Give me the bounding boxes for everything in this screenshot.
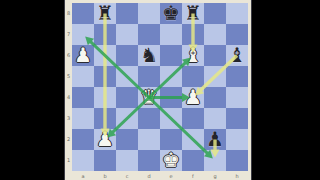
black-king-e8[interactable]: ♚ <box>162 3 180 23</box>
square-f8[interactable]: ♜ <box>182 3 204 24</box>
square-g5[interactable] <box>204 66 226 87</box>
square-b7[interactable] <box>94 24 116 45</box>
square-g1[interactable] <box>204 150 226 171</box>
file-label-e: e <box>160 172 182 180</box>
square-e8[interactable]: ♚ <box>160 3 182 24</box>
square-a3[interactable] <box>72 108 94 129</box>
white-queen-d4[interactable]: ♛ <box>140 87 158 107</box>
square-e3[interactable] <box>160 108 182 129</box>
black-rook-b8[interactable]: ♜ <box>96 3 114 23</box>
square-d4[interactable]: ♛ <box>138 87 160 108</box>
square-g6[interactable] <box>204 45 226 66</box>
file-label-b: b <box>94 172 116 180</box>
chess-board[interactable]: ♜♚♜♟♞♝♝♛♟♟♟♚ <box>72 3 248 171</box>
square-a8[interactable] <box>72 3 94 24</box>
white-pawn-a6[interactable]: ♟ <box>74 45 92 65</box>
square-c3[interactable] <box>116 108 138 129</box>
rank-labels: 87654321 <box>65 3 72 171</box>
rank-label-2: 2 <box>65 137 72 142</box>
square-f2[interactable] <box>182 129 204 150</box>
video-frame: 87654321 abcdefgh ♜♚♜♟♞♝♝♛♟♟♟♚ <box>0 0 320 180</box>
square-g8[interactable] <box>204 3 226 24</box>
white-pawn-b2[interactable]: ♟ <box>96 129 114 149</box>
white-bishop-f6[interactable]: ♝ <box>184 45 202 65</box>
square-d2[interactable] <box>138 129 160 150</box>
square-g4[interactable] <box>204 87 226 108</box>
square-d8[interactable] <box>138 3 160 24</box>
square-f6[interactable]: ♝ <box>182 45 204 66</box>
square-b8[interactable]: ♜ <box>94 3 116 24</box>
square-h5[interactable] <box>226 66 248 87</box>
square-a5[interactable] <box>72 66 94 87</box>
black-pawn-g2[interactable]: ♟ <box>206 129 224 149</box>
square-c2[interactable] <box>116 129 138 150</box>
rank-label-3: 3 <box>65 116 72 121</box>
square-b4[interactable] <box>94 87 116 108</box>
file-label-g: g <box>204 172 226 180</box>
square-a6[interactable]: ♟ <box>72 45 94 66</box>
white-pawn-f4[interactable]: ♟ <box>184 87 202 107</box>
file-label-d: d <box>138 172 160 180</box>
square-d1[interactable] <box>138 150 160 171</box>
square-a1[interactable] <box>72 150 94 171</box>
square-c7[interactable] <box>116 24 138 45</box>
square-e7[interactable] <box>160 24 182 45</box>
square-e4[interactable] <box>160 87 182 108</box>
square-b5[interactable] <box>94 66 116 87</box>
square-h1[interactable] <box>226 150 248 171</box>
square-h2[interactable] <box>226 129 248 150</box>
square-g2[interactable]: ♟ <box>204 129 226 150</box>
file-label-a: a <box>72 172 94 180</box>
rank-label-5: 5 <box>65 74 72 79</box>
square-e5[interactable] <box>160 66 182 87</box>
square-c4[interactable] <box>116 87 138 108</box>
file-labels: abcdefgh <box>72 172 248 180</box>
square-e1[interactable]: ♚ <box>160 150 182 171</box>
rank-label-8: 8 <box>65 11 72 16</box>
square-b1[interactable] <box>94 150 116 171</box>
square-h4[interactable] <box>226 87 248 108</box>
square-d3[interactable] <box>138 108 160 129</box>
square-f1[interactable] <box>182 150 204 171</box>
file-label-f: f <box>182 172 204 180</box>
square-b2[interactable]: ♟ <box>94 129 116 150</box>
square-f4[interactable]: ♟ <box>182 87 204 108</box>
square-h8[interactable] <box>226 3 248 24</box>
black-rook-f8[interactable]: ♜ <box>184 3 202 23</box>
square-c6[interactable] <box>116 45 138 66</box>
square-f3[interactable] <box>182 108 204 129</box>
square-e6[interactable] <box>160 45 182 66</box>
black-knight-d6[interactable]: ♞ <box>140 45 158 65</box>
square-c8[interactable] <box>116 3 138 24</box>
file-label-h: h <box>226 172 248 180</box>
black-bishop-h6[interactable]: ♝ <box>228 45 246 65</box>
square-d6[interactable]: ♞ <box>138 45 160 66</box>
square-c5[interactable] <box>116 66 138 87</box>
square-b6[interactable] <box>94 45 116 66</box>
square-c1[interactable] <box>116 150 138 171</box>
square-h3[interactable] <box>226 108 248 129</box>
letterbox-left <box>0 0 64 180</box>
rank-label-1: 1 <box>65 158 72 163</box>
rank-label-6: 6 <box>65 53 72 58</box>
square-a4[interactable] <box>72 87 94 108</box>
chess-board-frame: 87654321 abcdefgh ♜♚♜♟♞♝♝♛♟♟♟♚ <box>64 0 252 180</box>
square-h6[interactable]: ♝ <box>226 45 248 66</box>
rank-label-7: 7 <box>65 32 72 37</box>
square-a2[interactable] <box>72 129 94 150</box>
rank-label-4: 4 <box>65 95 72 100</box>
letterbox-right <box>252 0 320 180</box>
square-g7[interactable] <box>204 24 226 45</box>
white-king-e1[interactable]: ♚ <box>162 150 180 170</box>
file-label-c: c <box>116 172 138 180</box>
